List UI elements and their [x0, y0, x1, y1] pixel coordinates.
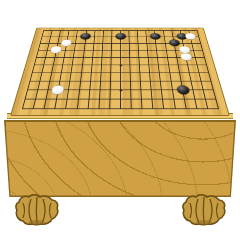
- stone-white: [178, 46, 190, 53]
- stone-white: [185, 33, 197, 39]
- stone-white: [50, 46, 62, 53]
- board-top-surface: [10, 28, 230, 116]
- stone-black: [115, 33, 125, 39]
- star-point: [119, 89, 122, 91]
- stone-black: [80, 33, 91, 39]
- stone-black: [150, 33, 161, 39]
- stones-layer: [22, 30, 219, 109]
- stone-black: [168, 40, 180, 47]
- stone-black: [176, 85, 190, 94]
- stone-white: [180, 53, 192, 60]
- go-board-illustration: [0, 0, 240, 240]
- stone-white: [51, 85, 65, 94]
- star-point: [119, 64, 122, 66]
- stone-white: [61, 40, 73, 47]
- board-perspective-wrapper: [0, 0, 240, 240]
